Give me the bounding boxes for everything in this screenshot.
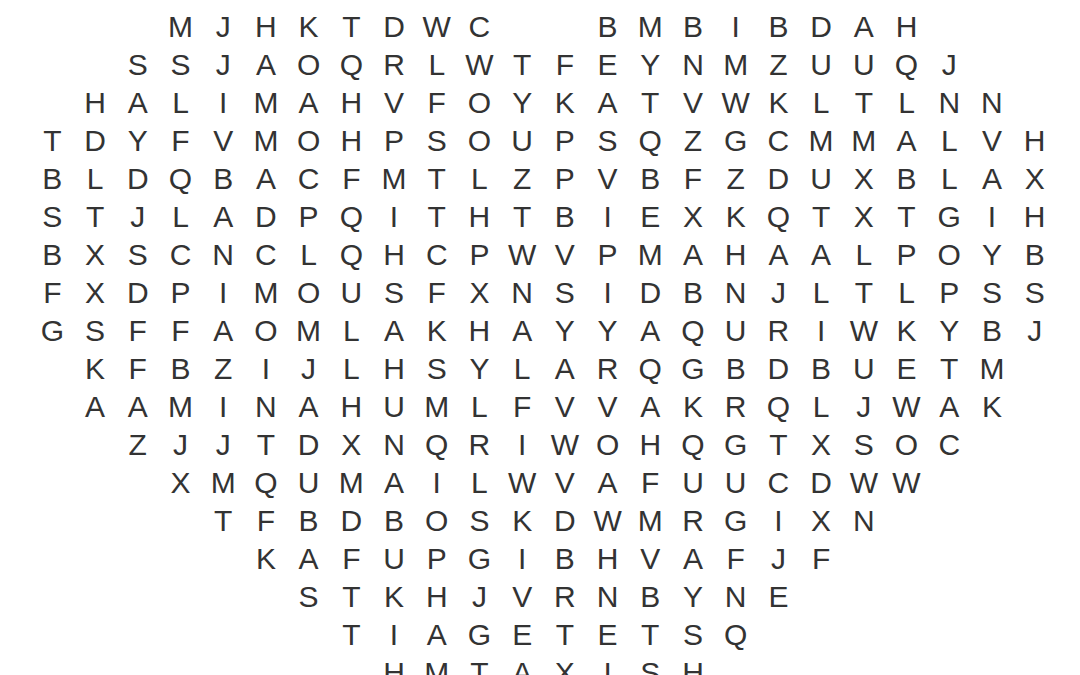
grid-cell[interactable]: O [458, 122, 501, 160]
grid-cell[interactable]: S [971, 274, 1014, 312]
grid-cell[interactable]: I [202, 84, 245, 122]
grid-cell[interactable]: G [928, 198, 971, 236]
grid-cell[interactable]: J [116, 198, 159, 236]
grid-cell[interactable]: T [800, 198, 843, 236]
grid-cell[interactable]: W [458, 46, 501, 84]
grid-cell[interactable]: D [245, 198, 288, 236]
grid-cell[interactable]: S [415, 350, 458, 388]
grid-cell[interactable]: A [672, 236, 715, 274]
grid-cell[interactable]: C [928, 426, 971, 464]
grid-cell[interactable]: H [458, 198, 501, 236]
grid-cell[interactable]: W [543, 426, 586, 464]
grid-cell[interactable]: Q [330, 46, 373, 84]
grid-cell[interactable]: A [501, 312, 544, 350]
grid-cell[interactable]: V [586, 388, 629, 426]
grid-cell[interactable]: X [74, 236, 117, 274]
grid-cell[interactable]: H [373, 236, 416, 274]
grid-cell[interactable]: P [543, 122, 586, 160]
grid-cell[interactable]: Z [672, 122, 715, 160]
grid-cell[interactable]: P [159, 274, 202, 312]
grid-cell[interactable]: A [202, 312, 245, 350]
grid-cell[interactable]: O [458, 84, 501, 122]
grid-cell[interactable]: Z [501, 160, 544, 198]
grid-cell[interactable]: V [543, 388, 586, 426]
grid-cell[interactable]: T [757, 426, 800, 464]
grid-cell[interactable]: Q [885, 46, 928, 84]
grid-cell[interactable]: H [672, 654, 715, 675]
grid-cell[interactable]: H [330, 122, 373, 160]
grid-cell[interactable]: D [800, 464, 843, 502]
grid-cell[interactable]: A [885, 122, 928, 160]
grid-cell[interactable]: I [586, 654, 629, 675]
grid-cell[interactable]: F [415, 84, 458, 122]
grid-cell[interactable]: N [245, 388, 288, 426]
grid-cell[interactable]: L [885, 274, 928, 312]
grid-cell[interactable]: B [159, 350, 202, 388]
grid-cell[interactable]: H [458, 312, 501, 350]
grid-cell[interactable]: V [629, 540, 672, 578]
grid-cell[interactable]: T [330, 578, 373, 616]
grid-cell[interactable]: V [586, 160, 629, 198]
grid-cell[interactable]: K [74, 350, 117, 388]
grid-cell[interactable]: M [202, 464, 245, 502]
grid-cell[interactable]: T [629, 84, 672, 122]
grid-cell[interactable]: T [458, 654, 501, 675]
grid-cell[interactable]: Q [714, 616, 757, 654]
grid-cell[interactable]: R [586, 350, 629, 388]
grid-cell[interactable]: Z [757, 46, 800, 84]
grid-cell[interactable]: L [458, 464, 501, 502]
grid-cell[interactable]: N [928, 84, 971, 122]
grid-cell[interactable]: L [415, 46, 458, 84]
grid-cell[interactable]: B [287, 502, 330, 540]
grid-cell[interactable]: J [757, 274, 800, 312]
grid-cell[interactable]: J [842, 388, 885, 426]
grid-cell[interactable]: K [672, 388, 715, 426]
grid-cell[interactable]: C [415, 236, 458, 274]
grid-cell[interactable]: M [415, 388, 458, 426]
grid-cell[interactable]: S [543, 274, 586, 312]
grid-cell[interactable]: M [629, 236, 672, 274]
grid-cell[interactable]: V [672, 84, 715, 122]
grid-cell[interactable]: Q [330, 198, 373, 236]
grid-cell[interactable]: W [415, 8, 458, 46]
grid-cell[interactable]: W [586, 502, 629, 540]
grid-cell[interactable]: N [842, 502, 885, 540]
grid-cell[interactable]: A [586, 84, 629, 122]
grid-cell[interactable]: I [373, 616, 416, 654]
grid-cell[interactable]: H [1013, 198, 1056, 236]
grid-cell[interactable]: C [287, 160, 330, 198]
grid-cell[interactable]: J [287, 350, 330, 388]
grid-cell[interactable]: D [74, 122, 117, 160]
grid-cell[interactable]: S [586, 122, 629, 160]
grid-cell[interactable]: F [501, 388, 544, 426]
grid-cell[interactable]: G [458, 616, 501, 654]
grid-cell[interactable]: N [202, 236, 245, 274]
grid-cell[interactable]: M [971, 350, 1014, 388]
grid-cell[interactable]: J [159, 426, 202, 464]
grid-cell[interactable]: U [373, 540, 416, 578]
grid-cell[interactable]: J [202, 46, 245, 84]
grid-cell[interactable]: T [928, 350, 971, 388]
grid-cell[interactable]: B [202, 160, 245, 198]
grid-cell[interactable]: K [501, 502, 544, 540]
grid-cell[interactable]: G [31, 312, 74, 350]
grid-cell[interactable]: A [116, 84, 159, 122]
grid-cell[interactable]: X [842, 198, 885, 236]
grid-cell[interactable]: P [415, 540, 458, 578]
grid-cell[interactable]: T [501, 46, 544, 84]
grid-cell[interactable]: Z [714, 160, 757, 198]
grid-cell[interactable]: U [714, 464, 757, 502]
grid-cell[interactable]: M [287, 312, 330, 350]
grid-cell[interactable]: A [287, 540, 330, 578]
grid-cell[interactable]: W [885, 388, 928, 426]
grid-cell[interactable]: H [330, 84, 373, 122]
grid-cell[interactable]: J [202, 8, 245, 46]
grid-cell[interactable]: Q [159, 160, 202, 198]
grid-cell[interactable]: X [672, 198, 715, 236]
grid-cell[interactable]: M [842, 122, 885, 160]
grid-cell[interactable]: I [415, 464, 458, 502]
grid-cell[interactable]: C [757, 464, 800, 502]
grid-cell[interactable]: F [714, 540, 757, 578]
grid-cell[interactable]: X [330, 426, 373, 464]
grid-cell[interactable]: Y [116, 122, 159, 160]
grid-cell[interactable]: M [159, 388, 202, 426]
grid-cell[interactable]: F [31, 274, 74, 312]
grid-cell[interactable]: N [586, 578, 629, 616]
grid-cell[interactable]: Q [629, 350, 672, 388]
grid-cell[interactable]: P [928, 274, 971, 312]
grid-cell[interactable]: N [373, 426, 416, 464]
grid-cell[interactable]: Q [757, 388, 800, 426]
grid-cell[interactable]: D [757, 160, 800, 198]
grid-cell[interactable]: B [757, 8, 800, 46]
grid-cell[interactable]: A [202, 198, 245, 236]
grid-cell[interactable]: N [971, 84, 1014, 122]
grid-cell[interactable]: B [629, 578, 672, 616]
grid-cell[interactable]: J [757, 540, 800, 578]
grid-cell[interactable]: B [800, 350, 843, 388]
grid-cell[interactable]: X [800, 426, 843, 464]
grid-cell[interactable]: I [971, 198, 1014, 236]
grid-cell[interactable]: B [885, 160, 928, 198]
grid-cell[interactable]: T [202, 502, 245, 540]
grid-cell[interactable]: T [842, 84, 885, 122]
grid-cell[interactable]: H [629, 426, 672, 464]
grid-cell[interactable]: Q [672, 426, 715, 464]
grid-cell[interactable]: U [330, 274, 373, 312]
grid-cell[interactable]: S [415, 122, 458, 160]
grid-cell[interactable]: H [586, 540, 629, 578]
grid-cell[interactable]: V [501, 578, 544, 616]
grid-cell[interactable]: V [373, 84, 416, 122]
grid-cell[interactable]: A [74, 388, 117, 426]
grid-cell[interactable]: R [373, 46, 416, 84]
grid-cell[interactable]: T [885, 198, 928, 236]
grid-cell[interactable]: T [543, 616, 586, 654]
grid-cell[interactable]: F [543, 46, 586, 84]
grid-cell[interactable]: A [842, 8, 885, 46]
grid-cell[interactable]: T [330, 8, 373, 46]
grid-cell[interactable]: S [287, 578, 330, 616]
grid-cell[interactable]: D [373, 8, 416, 46]
grid-cell[interactable]: Y [629, 46, 672, 84]
grid-cell[interactable]: R [672, 502, 715, 540]
grid-cell[interactable]: N [501, 274, 544, 312]
grid-cell[interactable]: Q [330, 236, 373, 274]
grid-cell[interactable]: M [330, 464, 373, 502]
grid-cell[interactable]: F [245, 502, 288, 540]
grid-cell[interactable]: B [672, 8, 715, 46]
grid-cell[interactable]: O [415, 502, 458, 540]
grid-cell[interactable]: I [373, 198, 416, 236]
grid-cell[interactable]: J [458, 578, 501, 616]
grid-cell[interactable]: M [415, 654, 458, 675]
grid-cell[interactable]: S [458, 502, 501, 540]
grid-cell[interactable]: Q [757, 198, 800, 236]
grid-cell[interactable]: G [714, 502, 757, 540]
grid-cell[interactable]: Q [245, 464, 288, 502]
grid-cell[interactable]: A [287, 84, 330, 122]
grid-cell[interactable]: A [757, 236, 800, 274]
grid-cell[interactable]: M [245, 274, 288, 312]
grid-cell[interactable]: U [501, 122, 544, 160]
grid-cell[interactable]: F [330, 160, 373, 198]
grid-cell[interactable]: O [287, 274, 330, 312]
grid-cell[interactable]: M [373, 160, 416, 198]
grid-cell[interactable]: E [586, 616, 629, 654]
grid-cell[interactable]: F [800, 540, 843, 578]
grid-cell[interactable]: D [629, 274, 672, 312]
grid-cell[interactable]: D [757, 350, 800, 388]
grid-cell[interactable]: N [714, 274, 757, 312]
grid-cell[interactable]: N [714, 578, 757, 616]
grid-cell[interactable]: A [586, 464, 629, 502]
grid-cell[interactable]: M [245, 84, 288, 122]
grid-cell[interactable]: M [714, 46, 757, 84]
grid-cell[interactable]: B [714, 350, 757, 388]
grid-cell[interactable]: U [373, 388, 416, 426]
grid-cell[interactable]: X [543, 654, 586, 675]
grid-cell[interactable]: D [330, 502, 373, 540]
grid-cell[interactable]: K [245, 540, 288, 578]
grid-cell[interactable]: L [800, 274, 843, 312]
grid-cell[interactable]: I [800, 312, 843, 350]
grid-cell[interactable]: B [543, 198, 586, 236]
grid-cell[interactable]: G [672, 350, 715, 388]
grid-cell[interactable]: Y [971, 236, 1014, 274]
grid-cell[interactable]: V [202, 122, 245, 160]
grid-cell[interactable]: M [159, 8, 202, 46]
grid-cell[interactable]: L [800, 388, 843, 426]
grid-cell[interactable]: A [928, 388, 971, 426]
grid-cell[interactable]: G [714, 122, 757, 160]
grid-cell[interactable]: P [287, 198, 330, 236]
grid-cell[interactable]: L [458, 388, 501, 426]
grid-cell[interactable]: O [928, 236, 971, 274]
grid-cell[interactable]: L [159, 84, 202, 122]
grid-cell[interactable]: T [330, 616, 373, 654]
grid-cell[interactable]: T [74, 198, 117, 236]
grid-cell[interactable]: S [31, 198, 74, 236]
grid-cell[interactable]: U [800, 46, 843, 84]
grid-cell[interactable]: P [885, 236, 928, 274]
grid-cell[interactable]: A [116, 388, 159, 426]
grid-cell[interactable]: O [885, 426, 928, 464]
grid-cell[interactable]: B [31, 236, 74, 274]
grid-cell[interactable]: Y [458, 350, 501, 388]
grid-cell[interactable]: S [629, 654, 672, 675]
grid-cell[interactable]: E [501, 616, 544, 654]
grid-cell[interactable]: P [586, 236, 629, 274]
grid-cell[interactable]: A [800, 236, 843, 274]
grid-cell[interactable]: L [885, 84, 928, 122]
grid-cell[interactable]: D [116, 160, 159, 198]
grid-cell[interactable]: W [842, 312, 885, 350]
grid-cell[interactable]: S [373, 274, 416, 312]
grid-cell[interactable]: V [543, 236, 586, 274]
grid-cell[interactable]: H [1013, 122, 1056, 160]
grid-cell[interactable]: H [885, 8, 928, 46]
grid-cell[interactable]: A [501, 654, 544, 675]
grid-cell[interactable]: R [714, 388, 757, 426]
grid-cell[interactable]: K [415, 312, 458, 350]
grid-cell[interactable]: W [885, 464, 928, 502]
grid-cell[interactable]: X [1013, 160, 1056, 198]
grid-cell[interactable]: A [543, 350, 586, 388]
grid-cell[interactable]: A [672, 540, 715, 578]
grid-cell[interactable]: T [842, 274, 885, 312]
grid-cell[interactable]: B [629, 160, 672, 198]
grid-cell[interactable]: E [629, 198, 672, 236]
grid-cell[interactable]: K [714, 198, 757, 236]
grid-cell[interactable]: L [928, 122, 971, 160]
grid-cell[interactable]: F [672, 160, 715, 198]
grid-cell[interactable]: A [415, 616, 458, 654]
grid-cell[interactable]: K [373, 578, 416, 616]
grid-cell[interactable]: F [116, 350, 159, 388]
grid-cell[interactable]: B [543, 540, 586, 578]
grid-cell[interactable]: X [74, 274, 117, 312]
grid-cell[interactable]: T [31, 122, 74, 160]
grid-cell[interactable]: Y [672, 578, 715, 616]
grid-cell[interactable]: O [245, 312, 288, 350]
grid-cell[interactable]: M [800, 122, 843, 160]
grid-cell[interactable]: U [842, 350, 885, 388]
grid-cell[interactable]: A [629, 388, 672, 426]
grid-cell[interactable]: K [757, 84, 800, 122]
grid-cell[interactable]: I [501, 540, 544, 578]
grid-cell[interactable]: A [971, 160, 1014, 198]
grid-cell[interactable]: T [629, 616, 672, 654]
grid-cell[interactable]: T [501, 198, 544, 236]
grid-cell[interactable]: K [543, 84, 586, 122]
grid-cell[interactable]: A [245, 46, 288, 84]
grid-cell[interactable]: L [501, 350, 544, 388]
grid-cell[interactable]: A [373, 464, 416, 502]
grid-cell[interactable]: I [202, 274, 245, 312]
grid-cell[interactable]: B [672, 274, 715, 312]
grid-cell[interactable]: T [415, 160, 458, 198]
grid-cell[interactable]: F [629, 464, 672, 502]
grid-cell[interactable]: K [287, 8, 330, 46]
grid-cell[interactable]: M [629, 502, 672, 540]
grid-cell[interactable]: S [116, 46, 159, 84]
grid-cell[interactable]: W [714, 84, 757, 122]
grid-cell[interactable]: I [501, 426, 544, 464]
grid-cell[interactable]: X [458, 274, 501, 312]
grid-cell[interactable]: C [757, 122, 800, 160]
grid-cell[interactable]: Y [543, 312, 586, 350]
grid-cell[interactable]: E [586, 46, 629, 84]
grid-cell[interactable]: H [373, 350, 416, 388]
grid-cell[interactable]: H [245, 8, 288, 46]
grid-cell[interactable]: A [373, 312, 416, 350]
grid-cell[interactable]: U [800, 160, 843, 198]
grid-cell[interactable]: J [1013, 312, 1056, 350]
grid-cell[interactable]: S [74, 312, 117, 350]
grid-cell[interactable]: S [159, 46, 202, 84]
grid-cell[interactable]: L [330, 312, 373, 350]
grid-cell[interactable]: I [714, 8, 757, 46]
grid-cell[interactable]: L [458, 160, 501, 198]
grid-cell[interactable]: Q [672, 312, 715, 350]
grid-cell[interactable]: F [415, 274, 458, 312]
grid-cell[interactable]: A [287, 388, 330, 426]
grid-cell[interactable]: R [757, 312, 800, 350]
grid-cell[interactable]: L [800, 84, 843, 122]
grid-cell[interactable]: U [714, 312, 757, 350]
grid-cell[interactable]: D [116, 274, 159, 312]
grid-cell[interactable]: K [885, 312, 928, 350]
grid-cell[interactable]: E [885, 350, 928, 388]
grid-cell[interactable]: Z [116, 426, 159, 464]
grid-cell[interactable]: L [330, 350, 373, 388]
grid-cell[interactable]: H [415, 578, 458, 616]
grid-cell[interactable]: M [245, 122, 288, 160]
grid-cell[interactable]: A [245, 160, 288, 198]
grid-cell[interactable]: S [842, 426, 885, 464]
grid-cell[interactable]: W [501, 236, 544, 274]
grid-cell[interactable]: H [74, 84, 117, 122]
grid-cell[interactable]: H [714, 236, 757, 274]
grid-cell[interactable]: O [586, 426, 629, 464]
grid-cell[interactable]: L [928, 160, 971, 198]
grid-cell[interactable]: U [287, 464, 330, 502]
grid-cell[interactable]: F [330, 540, 373, 578]
grid-cell[interactable]: V [543, 464, 586, 502]
grid-cell[interactable]: Q [629, 122, 672, 160]
grid-cell[interactable]: B [31, 160, 74, 198]
grid-cell[interactable]: T [245, 426, 288, 464]
grid-cell[interactable]: B [373, 502, 416, 540]
grid-cell[interactable]: A [629, 312, 672, 350]
grid-cell[interactable]: L [159, 198, 202, 236]
grid-cell[interactable]: Y [501, 84, 544, 122]
grid-cell[interactable]: B [586, 8, 629, 46]
grid-cell[interactable]: X [842, 160, 885, 198]
grid-cell[interactable]: G [458, 540, 501, 578]
grid-cell[interactable]: P [543, 160, 586, 198]
grid-cell[interactable]: I [586, 198, 629, 236]
grid-cell[interactable]: O [287, 46, 330, 84]
grid-cell[interactable]: U [672, 464, 715, 502]
grid-cell[interactable]: R [543, 578, 586, 616]
grid-cell[interactable]: O [287, 122, 330, 160]
